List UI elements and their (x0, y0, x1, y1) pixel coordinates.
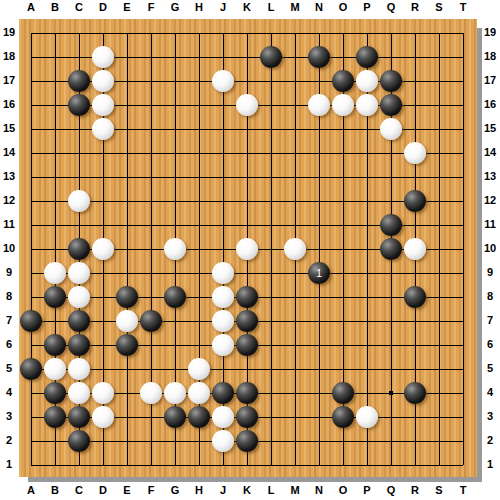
coordinate-label: B (43, 1, 67, 14)
coordinate-label: 18 (481, 50, 499, 63)
white-stone (212, 286, 234, 308)
black-stone: 1 (308, 262, 330, 284)
coordinate-label: 12 (0, 194, 18, 207)
coordinate-label: 2 (0, 434, 18, 447)
white-stone (308, 94, 330, 116)
white-stone (92, 238, 114, 260)
black-stone (236, 406, 258, 428)
white-stone (236, 94, 258, 116)
coordinate-label: K (235, 1, 259, 14)
black-stone (212, 382, 234, 404)
white-stone (164, 238, 186, 260)
coordinate-label: 11 (481, 218, 499, 231)
coordinate-label: 3 (0, 410, 18, 423)
coordinate-label: 13 (0, 170, 18, 183)
coordinate-label: Q (379, 484, 403, 497)
coordinate-label: 1 (481, 458, 499, 471)
coordinate-label: 4 (0, 386, 18, 399)
coordinate-label: 5 (481, 362, 499, 375)
white-stone (380, 118, 402, 140)
coordinate-label: 19 (0, 26, 18, 39)
coordinate-label: 5 (0, 362, 18, 375)
black-stone (116, 334, 138, 356)
white-stone (188, 382, 210, 404)
coordinate-label: 17 (0, 74, 18, 87)
coordinate-label: 10 (0, 242, 18, 255)
white-stone (212, 334, 234, 356)
coordinate-label: 7 (481, 314, 499, 327)
coordinate-label: L (259, 484, 283, 497)
black-stone (332, 70, 354, 92)
coordinate-label: D (91, 484, 115, 497)
coordinate-label: 12 (481, 194, 499, 207)
black-stone (20, 310, 42, 332)
coordinate-label: H (187, 1, 211, 14)
coordinate-label: N (307, 484, 331, 497)
stones-layer: 1 (19, 21, 475, 477)
coordinate-label: G (163, 1, 187, 14)
coordinate-label: 14 (481, 146, 499, 159)
coordinate-label: 17 (481, 74, 499, 87)
white-stone (68, 190, 90, 212)
white-stone (44, 358, 66, 380)
coordinate-label: B (43, 484, 67, 497)
coordinate-label: P (355, 1, 379, 14)
black-stone (356, 46, 378, 68)
coordinate-label: 8 (481, 290, 499, 303)
white-stone (212, 406, 234, 428)
coordinate-label: 2 (481, 434, 499, 447)
white-stone (212, 430, 234, 452)
black-stone (260, 46, 282, 68)
white-stone (92, 46, 114, 68)
black-stone (404, 382, 426, 404)
coordinate-label: 6 (481, 338, 499, 351)
go-board[interactable]: 1 (19, 19, 477, 477)
coordinate-label: 4 (481, 386, 499, 399)
coordinate-label: E (115, 1, 139, 14)
move-number-label: 1 (308, 262, 330, 284)
coordinate-label: N (307, 1, 331, 14)
black-stone (68, 334, 90, 356)
white-stone (92, 70, 114, 92)
coordinate-label: C (67, 484, 91, 497)
coordinate-label: 16 (481, 98, 499, 111)
black-stone (116, 286, 138, 308)
coordinate-label: 9 (0, 266, 18, 279)
white-stone (332, 94, 354, 116)
white-stone (404, 238, 426, 260)
black-stone (332, 406, 354, 428)
white-stone (68, 382, 90, 404)
black-stone (68, 70, 90, 92)
coordinate-label: H (187, 484, 211, 497)
black-stone (68, 238, 90, 260)
black-stone (308, 46, 330, 68)
white-stone (356, 406, 378, 428)
black-stone (404, 190, 426, 212)
coordinate-label: O (331, 1, 355, 14)
coordinate-label: 8 (0, 290, 18, 303)
black-stone (236, 334, 258, 356)
black-stone (68, 430, 90, 452)
coordinate-label: 11 (0, 218, 18, 231)
coordinate-label: T (451, 1, 475, 14)
coordinate-label: O (331, 484, 355, 497)
black-stone (236, 286, 258, 308)
coordinate-label: R (403, 484, 427, 497)
coordinate-label: 13 (481, 170, 499, 183)
white-stone (68, 286, 90, 308)
coordinate-label: C (67, 1, 91, 14)
white-stone (404, 142, 426, 164)
coordinate-label: J (211, 484, 235, 497)
coordinate-label: 19 (481, 26, 499, 39)
white-stone (212, 310, 234, 332)
black-stone (380, 94, 402, 116)
black-stone (44, 382, 66, 404)
coordinate-label: T (451, 484, 475, 497)
black-stone (44, 406, 66, 428)
white-stone (356, 94, 378, 116)
coordinate-label: R (403, 1, 427, 14)
coordinate-label: K (235, 484, 259, 497)
white-stone (92, 406, 114, 428)
black-stone (380, 70, 402, 92)
coordinate-label: Q (379, 1, 403, 14)
black-stone (404, 286, 426, 308)
black-stone (164, 406, 186, 428)
white-stone (188, 358, 210, 380)
black-stone (68, 406, 90, 428)
white-stone (68, 358, 90, 380)
coordinate-label: L (259, 1, 283, 14)
coordinate-label: 1 (0, 458, 18, 471)
black-stone (140, 310, 162, 332)
black-stone (68, 310, 90, 332)
coordinate-label: A (19, 484, 43, 497)
coordinate-label: G (163, 484, 187, 497)
coordinate-label: 14 (0, 146, 18, 159)
coordinate-label: 3 (481, 410, 499, 423)
white-stone (92, 94, 114, 116)
coordinate-label: 7 (0, 314, 18, 327)
white-stone (92, 382, 114, 404)
coordinate-label: P (355, 484, 379, 497)
coordinate-label: 16 (0, 98, 18, 111)
coordinate-label: E (115, 484, 139, 497)
coordinate-label: D (91, 1, 115, 14)
go-board-viewer: ABCDEFGHJKLMNOPQRST ABCDEFGHJKLMNOPQRST … (0, 0, 500, 500)
black-stone (20, 358, 42, 380)
black-stone (236, 310, 258, 332)
white-stone (92, 118, 114, 140)
coordinate-label: F (139, 1, 163, 14)
black-stone (332, 382, 354, 404)
white-stone (44, 262, 66, 284)
coordinate-label: J (211, 1, 235, 14)
white-stone (68, 262, 90, 284)
black-stone (44, 334, 66, 356)
coordinate-label: S (427, 1, 451, 14)
white-stone (116, 310, 138, 332)
coordinate-label: 15 (481, 122, 499, 135)
coordinate-label: 15 (0, 122, 18, 135)
coordinate-label: M (283, 1, 307, 14)
black-stone (380, 214, 402, 236)
white-stone (356, 70, 378, 92)
coordinate-label: 6 (0, 338, 18, 351)
black-stone (68, 94, 90, 116)
coordinate-label: M (283, 484, 307, 497)
coordinate-label: S (427, 484, 451, 497)
black-stone (380, 238, 402, 260)
white-stone (164, 382, 186, 404)
coordinate-label: 18 (0, 50, 18, 63)
white-stone (212, 262, 234, 284)
white-stone (284, 238, 306, 260)
white-stone (140, 382, 162, 404)
coordinate-label: F (139, 484, 163, 497)
white-stone (236, 238, 258, 260)
coordinate-label: 9 (481, 266, 499, 279)
white-stone (212, 70, 234, 92)
black-stone (236, 382, 258, 404)
black-stone (236, 430, 258, 452)
black-stone (164, 286, 186, 308)
coordinate-label: A (19, 1, 43, 14)
coordinate-label: 10 (481, 242, 499, 255)
black-stone (44, 286, 66, 308)
black-stone (188, 406, 210, 428)
